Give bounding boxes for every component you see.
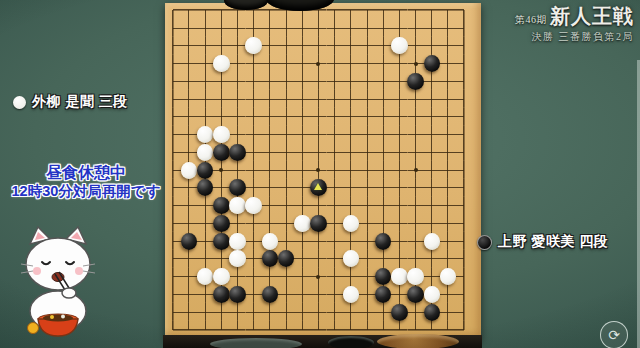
white-stone xyxy=(294,215,311,232)
board-cell xyxy=(359,126,375,144)
board-cell xyxy=(424,37,440,55)
board-cell xyxy=(375,232,391,250)
board-cell xyxy=(294,179,310,197)
board-cell xyxy=(165,19,181,37)
board-cell xyxy=(197,19,213,37)
black-stone xyxy=(375,233,392,250)
board-cell xyxy=(408,126,424,144)
board-cell xyxy=(440,55,456,73)
white-stone xyxy=(229,250,246,267)
board-cell xyxy=(213,143,229,161)
board-cell xyxy=(310,19,326,37)
board-cell xyxy=(327,161,343,179)
board-cell xyxy=(181,1,197,19)
board-cell xyxy=(359,303,375,321)
board-cell xyxy=(262,214,278,232)
board-cell xyxy=(375,72,391,90)
black-stone xyxy=(262,250,279,267)
cat-blush-left xyxy=(33,267,41,275)
board-cell xyxy=(391,268,407,286)
board-cell xyxy=(440,179,456,197)
cat-head xyxy=(26,238,90,290)
board-cell xyxy=(197,55,213,73)
board-cell xyxy=(229,126,245,144)
board-cell xyxy=(229,303,245,321)
board-cell xyxy=(391,143,407,161)
board-cell xyxy=(165,143,181,161)
food xyxy=(43,315,73,322)
board-cell xyxy=(359,37,375,55)
board-cell xyxy=(408,72,424,90)
white-stone xyxy=(229,197,246,214)
board-cell xyxy=(327,55,343,73)
board-cell xyxy=(165,268,181,286)
white-stone xyxy=(424,233,441,250)
cat-mascot xyxy=(8,224,108,340)
board-cell xyxy=(391,303,407,321)
board-cell xyxy=(310,250,326,268)
board-cell xyxy=(440,126,456,144)
board-cell xyxy=(327,90,343,108)
board-cell xyxy=(213,126,229,144)
board-cell xyxy=(375,37,391,55)
board-cell xyxy=(213,250,229,268)
board-cell xyxy=(197,126,213,144)
board-cell xyxy=(359,250,375,268)
white-stone xyxy=(197,144,214,161)
board-cell xyxy=(229,268,245,286)
board-cell xyxy=(197,1,213,19)
board-cell xyxy=(408,232,424,250)
board-cell xyxy=(310,285,326,303)
board-cell xyxy=(343,143,359,161)
board-cell xyxy=(262,179,278,197)
board-cell xyxy=(294,108,310,126)
player-label-black: 上野 愛咲美 四段 xyxy=(477,233,608,251)
board-cell xyxy=(213,303,229,321)
board-cell xyxy=(343,19,359,37)
board-cell xyxy=(181,19,197,37)
board-cell xyxy=(262,250,278,268)
board-cell xyxy=(181,161,197,179)
board-cell xyxy=(327,268,343,286)
board-cell xyxy=(165,72,181,90)
board-cell xyxy=(294,232,310,250)
board-cell xyxy=(391,19,407,37)
board-cell xyxy=(391,37,407,55)
board-cell xyxy=(456,37,472,55)
tournament-round: 決勝 三番勝負第2局 xyxy=(515,30,634,44)
board-cell xyxy=(343,197,359,215)
board-cell xyxy=(310,72,326,90)
camera-rotate-button[interactable]: ⟳ xyxy=(600,321,628,348)
board-cell xyxy=(391,90,407,108)
board-cell xyxy=(310,108,326,126)
board-cell xyxy=(440,90,456,108)
board-cell xyxy=(294,214,310,232)
board-cell xyxy=(375,197,391,215)
board-cell xyxy=(294,143,310,161)
board-cell xyxy=(181,55,197,73)
board-cell xyxy=(408,179,424,197)
board-cell xyxy=(375,55,391,73)
board-cell xyxy=(391,72,407,90)
food-bit xyxy=(50,315,54,319)
board-cell xyxy=(294,161,310,179)
board-cell xyxy=(262,37,278,55)
board-cell xyxy=(294,268,310,286)
white-stone xyxy=(181,162,198,179)
board-cell xyxy=(391,232,407,250)
board-cell xyxy=(343,1,359,19)
board-cell xyxy=(262,303,278,321)
board-cell xyxy=(165,55,181,73)
board-cell xyxy=(359,55,375,73)
board-cell xyxy=(294,55,310,73)
board-cell xyxy=(229,197,245,215)
board-cell xyxy=(229,37,245,55)
black-stone xyxy=(181,233,198,250)
board-cell xyxy=(246,197,262,215)
white-stone xyxy=(343,250,360,267)
board-cell xyxy=(440,214,456,232)
board-cell xyxy=(262,126,278,144)
broadcast-frame: 第46期 新人王戦 決勝 三番勝負第2局 外柳 是聞 三段 上野 愛咲美 四段 … xyxy=(0,0,640,348)
board-cell xyxy=(246,161,262,179)
board-cell xyxy=(456,108,472,126)
board-cell xyxy=(278,108,294,126)
board-cell xyxy=(181,126,197,144)
board-cell xyxy=(391,108,407,126)
board-cell xyxy=(165,126,181,144)
black-stone xyxy=(213,215,230,232)
board-cell xyxy=(375,126,391,144)
go-bowl-black xyxy=(328,336,374,348)
board-cell xyxy=(181,179,197,197)
go-board-grid xyxy=(165,1,473,338)
black-stone xyxy=(310,215,327,232)
board-cell xyxy=(327,19,343,37)
board-cell xyxy=(294,37,310,55)
board-cell xyxy=(278,72,294,90)
board-cell xyxy=(327,108,343,126)
black-stone xyxy=(424,304,441,321)
board-cell xyxy=(262,19,278,37)
white-stone xyxy=(391,37,408,54)
board-cell xyxy=(424,303,440,321)
board-cell xyxy=(197,197,213,215)
board-cell xyxy=(408,37,424,55)
go-bowl-wood xyxy=(377,334,459,348)
board-cell xyxy=(343,55,359,73)
board-cell xyxy=(197,268,213,286)
white-stone xyxy=(262,233,279,250)
break-banner-line1: 昼食休憩中 xyxy=(0,163,172,182)
board-cell xyxy=(424,214,440,232)
board-cell xyxy=(310,232,326,250)
board-cell xyxy=(310,90,326,108)
board-cell xyxy=(359,268,375,286)
board-cell xyxy=(408,19,424,37)
board-cell xyxy=(440,37,456,55)
board-cell xyxy=(310,126,326,144)
board-cell xyxy=(408,303,424,321)
board-cell xyxy=(375,214,391,232)
board-cell xyxy=(440,72,456,90)
board-cell xyxy=(359,161,375,179)
board-cell xyxy=(197,37,213,55)
board-cell xyxy=(375,250,391,268)
board-cell xyxy=(229,90,245,108)
board-cell xyxy=(440,303,456,321)
board-cell xyxy=(359,232,375,250)
break-banner: 昼食休憩中 12時30分対局再開です xyxy=(0,163,172,201)
board-cell xyxy=(310,179,326,197)
board-cell xyxy=(408,285,424,303)
board-cell xyxy=(391,161,407,179)
board-cell xyxy=(165,250,181,268)
board-cell xyxy=(294,72,310,90)
board-cell xyxy=(424,161,440,179)
board-cell xyxy=(456,285,472,303)
white-stone xyxy=(213,126,230,143)
last-move-marker xyxy=(314,183,322,190)
board-cell xyxy=(408,108,424,126)
white-stone xyxy=(245,197,262,214)
board-cell xyxy=(294,126,310,144)
board-cell xyxy=(197,90,213,108)
board-cell xyxy=(456,214,472,232)
board-cell xyxy=(229,143,245,161)
black-stone xyxy=(424,55,441,72)
board-cell xyxy=(294,303,310,321)
board-cell xyxy=(278,303,294,321)
board-cell xyxy=(424,90,440,108)
board-cell xyxy=(213,214,229,232)
board-cell xyxy=(165,37,181,55)
board-cell xyxy=(408,214,424,232)
board-cell xyxy=(456,90,472,108)
board-cell xyxy=(408,90,424,108)
board-cell xyxy=(213,108,229,126)
board-cell xyxy=(391,55,407,73)
board-cell xyxy=(375,19,391,37)
board-cell xyxy=(262,268,278,286)
board-cell xyxy=(440,250,456,268)
board-cell xyxy=(246,72,262,90)
board-cell xyxy=(310,303,326,321)
board-cell xyxy=(278,90,294,108)
board-cell xyxy=(246,55,262,73)
board-cell xyxy=(408,1,424,19)
white-stone xyxy=(213,268,230,285)
board-cell xyxy=(181,108,197,126)
board-cell xyxy=(424,268,440,286)
board-cell xyxy=(294,285,310,303)
board-cell xyxy=(359,285,375,303)
board-cell xyxy=(359,72,375,90)
white-stone-badge xyxy=(13,96,26,109)
board-cell xyxy=(440,108,456,126)
board-cell xyxy=(327,179,343,197)
board-cell xyxy=(262,143,278,161)
board-cell xyxy=(310,37,326,55)
white-stone xyxy=(213,55,230,72)
board-cell xyxy=(343,37,359,55)
tournament-title: 第46期 新人王戦 決勝 三番勝負第2局 xyxy=(515,3,634,44)
board-cell xyxy=(440,19,456,37)
board-cell xyxy=(310,55,326,73)
board-cell xyxy=(262,285,278,303)
board-cell xyxy=(424,19,440,37)
board-cell xyxy=(440,268,456,286)
board-cell xyxy=(294,90,310,108)
board-cell xyxy=(408,143,424,161)
board-cell xyxy=(278,161,294,179)
food-bit xyxy=(61,315,65,319)
black-stone xyxy=(197,162,214,179)
board-cell xyxy=(197,250,213,268)
board-cell xyxy=(197,303,213,321)
board-cell xyxy=(181,90,197,108)
board-cell xyxy=(359,90,375,108)
black-stone xyxy=(278,250,295,267)
board-cell xyxy=(246,19,262,37)
black-stone xyxy=(310,179,327,196)
board-cell xyxy=(229,250,245,268)
board-cell xyxy=(197,285,213,303)
board-cell xyxy=(424,197,440,215)
black-stone xyxy=(229,179,246,196)
white-stone xyxy=(197,268,214,285)
board-cell xyxy=(181,268,197,286)
board-cell xyxy=(408,55,424,73)
board-cell xyxy=(391,1,407,19)
white-stone xyxy=(391,268,408,285)
board-cell xyxy=(343,268,359,286)
board-cell xyxy=(165,285,181,303)
board-cell xyxy=(391,250,407,268)
board-cell xyxy=(359,197,375,215)
board-cell xyxy=(327,197,343,215)
board-cell xyxy=(359,108,375,126)
bowl-lid-gray xyxy=(210,338,302,348)
board-cell xyxy=(246,108,262,126)
board-cell xyxy=(375,1,391,19)
board-cell xyxy=(229,232,245,250)
board-cell xyxy=(375,143,391,161)
black-stone xyxy=(213,144,230,161)
board-cell xyxy=(424,55,440,73)
cat-paw xyxy=(62,288,76,298)
board-cell xyxy=(375,161,391,179)
board-cell xyxy=(229,214,245,232)
board-cell xyxy=(278,55,294,73)
board-cell xyxy=(456,303,472,321)
board-cell xyxy=(375,179,391,197)
board-cell xyxy=(278,19,294,37)
black-stone xyxy=(229,286,246,303)
board-cell xyxy=(343,250,359,268)
board-cell xyxy=(440,161,456,179)
board-cell xyxy=(359,19,375,37)
white-stone xyxy=(407,268,424,285)
board-cell xyxy=(229,19,245,37)
board-cell xyxy=(310,268,326,286)
board-cell xyxy=(359,214,375,232)
board-cell xyxy=(229,179,245,197)
board-cell xyxy=(456,1,472,19)
board-cell xyxy=(165,232,181,250)
board-cell xyxy=(229,55,245,73)
board-cell xyxy=(440,232,456,250)
tournament-name: 新人王戦 xyxy=(550,3,634,30)
board-cell xyxy=(213,161,229,179)
board-cell xyxy=(424,285,440,303)
board-cell xyxy=(197,179,213,197)
board-cell xyxy=(456,143,472,161)
board-cell xyxy=(213,72,229,90)
player-label-white: 外柳 是聞 三段 xyxy=(13,93,128,111)
board-cell xyxy=(440,197,456,215)
board-cell xyxy=(343,90,359,108)
board-cell xyxy=(181,72,197,90)
board-cell xyxy=(424,250,440,268)
board-cell xyxy=(246,303,262,321)
board-cell xyxy=(262,55,278,73)
board-cell xyxy=(456,72,472,90)
board-cell xyxy=(278,268,294,286)
board-cell xyxy=(343,179,359,197)
black-stone xyxy=(262,286,279,303)
board-cell xyxy=(375,268,391,286)
board-cell xyxy=(343,232,359,250)
board-cell xyxy=(294,197,310,215)
board-cell xyxy=(246,90,262,108)
board-cell xyxy=(262,108,278,126)
board-cell xyxy=(408,161,424,179)
board-cell xyxy=(229,72,245,90)
board-cell xyxy=(343,72,359,90)
white-stone xyxy=(343,286,360,303)
board-cell xyxy=(278,179,294,197)
board-cell xyxy=(278,197,294,215)
board-cell xyxy=(294,19,310,37)
board-cell xyxy=(424,143,440,161)
board-cell xyxy=(440,143,456,161)
board-cell xyxy=(391,214,407,232)
board-cell xyxy=(327,214,343,232)
white-stone xyxy=(424,286,441,303)
board-cell xyxy=(246,37,262,55)
board-cell xyxy=(359,143,375,161)
board-cell xyxy=(262,232,278,250)
board-cell xyxy=(246,214,262,232)
board-cell xyxy=(181,232,197,250)
board-cell xyxy=(213,179,229,197)
board-cell xyxy=(278,250,294,268)
board-cell xyxy=(456,197,472,215)
board-cell xyxy=(408,268,424,286)
board-cell xyxy=(375,303,391,321)
board-cell xyxy=(359,179,375,197)
board-cell xyxy=(197,143,213,161)
board-cell xyxy=(343,126,359,144)
board-cell xyxy=(197,72,213,90)
board-cell xyxy=(456,268,472,286)
white-stone xyxy=(245,37,262,54)
board-cell xyxy=(213,285,229,303)
